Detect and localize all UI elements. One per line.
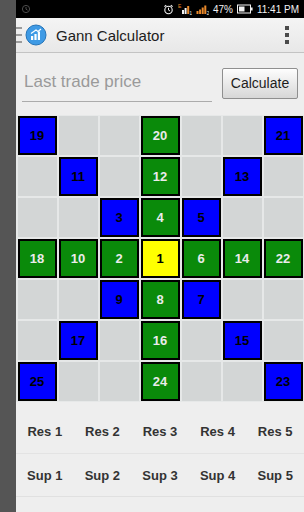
grid-cell-r6c5-empty <box>223 362 262 401</box>
app-logo-chart-icon <box>25 24 47 46</box>
grid-cell-r0c1-empty <box>59 116 98 155</box>
grid-cell-r1c1-11: 11 <box>59 157 98 196</box>
last-trade-price-input[interactable] <box>22 65 212 102</box>
clock-label: 11:41 PM <box>257 4 299 15</box>
grid-cell-r0c4-empty <box>182 116 221 155</box>
res-4-label: Res 4 <box>189 424 247 439</box>
grid-cell-r5c0-empty <box>18 321 57 360</box>
grid-cell-r3c5-14: 14 <box>223 239 262 278</box>
app-bar: Gann Calculator <box>16 18 304 53</box>
grid-cell-r3c2-2: 2 <box>100 239 139 278</box>
grid-cell-r6c2-empty <box>100 362 139 401</box>
grid-cell-r2c6-empty <box>264 198 303 237</box>
grid-cell-r4c4-7: 7 <box>182 280 221 319</box>
gann-grid: 1920211112133451810216142298717161525242… <box>16 115 304 402</box>
sup-5-label: Sup 5 <box>246 468 304 483</box>
grid-cell-r4c5-empty <box>223 280 262 319</box>
grid-cell-r1c4-empty <box>182 157 221 196</box>
grid-cell-r0c0-19: 19 <box>18 116 57 155</box>
sim2-signal-icon: 2 <box>196 3 209 15</box>
grid-cell-r4c2-9: 9 <box>100 280 139 319</box>
status-bar: E1 2 47% 11:41 PM <box>16 0 304 18</box>
calculate-button[interactable]: Calculate <box>222 68 298 99</box>
alarm-icon <box>163 4 174 15</box>
svg-text:1: 1 <box>190 11 192 16</box>
sup-1-label: Sup 1 <box>16 468 74 483</box>
battery-icon <box>237 4 253 14</box>
grid-cell-r5c1-17: 17 <box>59 321 98 360</box>
grid-cell-r6c6-23: 23 <box>264 362 303 401</box>
sup-2-label: Sup 2 <box>74 468 132 483</box>
grid-cell-r2c5-empty <box>223 198 262 237</box>
grid-cell-r4c0-empty <box>18 280 57 319</box>
grid-cell-r2c3-4: 4 <box>141 198 180 237</box>
grid-cell-r5c3-16: 16 <box>141 321 180 360</box>
sup-3-label: Sup 3 <box>131 468 189 483</box>
grid-cell-r4c6-empty <box>264 280 303 319</box>
gann-calculator-screen: E1 2 47% 11:41 PM Gann Calculator Calcul… <box>16 0 304 512</box>
grid-cell-r6c3-24: 24 <box>141 362 180 401</box>
grid-cell-r3c3-1: 1 <box>141 239 180 278</box>
grid-cell-r1c3-12: 12 <box>141 157 180 196</box>
res-3-label: Res 3 <box>131 424 189 439</box>
grid-cell-r6c0-25: 25 <box>18 362 57 401</box>
grid-cell-r0c6-21: 21 <box>264 116 303 155</box>
resistance-row: Res 1Res 2Res 3Res 4Res 5 <box>16 402 304 454</box>
res-5-label: Res 5 <box>246 424 304 439</box>
grid-cell-r1c5-13: 13 <box>223 157 262 196</box>
grid-cell-r2c0-empty <box>18 198 57 237</box>
silent-clock-icon <box>21 4 31 14</box>
grid-cell-r5c4-empty <box>182 321 221 360</box>
grid-cell-r3c0-18: 18 <box>18 239 57 278</box>
grid-cell-r4c1-empty <box>59 280 98 319</box>
grid-cell-r5c5-15: 15 <box>223 321 262 360</box>
drawer-handle-icon[interactable] <box>16 27 22 43</box>
svg-text:E: E <box>178 3 182 9</box>
svg-text:2: 2 <box>207 11 209 16</box>
grid-cell-r1c2-empty <box>100 157 139 196</box>
page-title: Gann Calculator <box>56 27 276 44</box>
grid-cell-r3c4-6: 6 <box>182 239 221 278</box>
support-row: Sup 1Sup 2Sup 3Sup 4Sup 5 <box>16 454 304 497</box>
grid-cell-r6c4-empty <box>182 362 221 401</box>
battery-percent-label: 47% <box>213 4 233 15</box>
grid-cell-r4c3-8: 8 <box>141 280 180 319</box>
grid-cell-r5c6-empty <box>264 321 303 360</box>
grid-cell-r6c1-empty <box>59 362 98 401</box>
grid-cell-r1c6-empty <box>264 157 303 196</box>
sup-4-label: Sup 4 <box>189 468 247 483</box>
grid-cell-r0c2-empty <box>100 116 139 155</box>
sim1-signal-icon: E1 <box>178 3 192 15</box>
grid-cell-r1c0-empty <box>18 157 57 196</box>
grid-cell-r3c1-10: 10 <box>59 239 98 278</box>
grid-cell-r2c2-3: 3 <box>100 198 139 237</box>
grid-cell-r0c3-20: 20 <box>141 116 180 155</box>
res-1-label: Res 1 <box>16 424 74 439</box>
res-2-label: Res 2 <box>74 424 132 439</box>
grid-cell-r2c1-empty <box>59 198 98 237</box>
grid-cell-r3c6-22: 22 <box>264 239 303 278</box>
input-section: Calculate <box>16 53 304 113</box>
grid-cell-r0c5-empty <box>223 116 262 155</box>
grid-cell-r2c4-5: 5 <box>182 198 221 237</box>
overflow-menu-icon[interactable] <box>276 23 298 47</box>
grid-cell-r5c2-empty <box>100 321 139 360</box>
